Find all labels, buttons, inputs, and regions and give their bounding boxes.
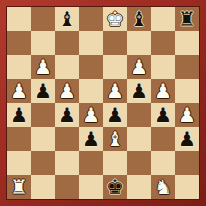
square-a3[interactable] xyxy=(7,127,31,151)
square-b3[interactable] xyxy=(31,127,55,151)
white-king: ♚ xyxy=(106,7,124,31)
square-d5[interactable] xyxy=(79,79,103,103)
square-f1[interactable] xyxy=(127,175,151,199)
black-pawn: ♟ xyxy=(58,103,76,127)
board-frame: ♝♚♝♜♟♟♟♟♟♟♟♟♟♟♟♟♟♟♟♝♟♜♚♞ xyxy=(0,0,206,206)
black-bishop: ♝ xyxy=(58,7,76,31)
square-d2[interactable] xyxy=(79,151,103,175)
black-pawn: ♟ xyxy=(154,103,172,127)
black-bishop: ♝ xyxy=(130,7,148,31)
square-h8[interactable]: ♜ xyxy=(175,7,199,31)
square-g4[interactable]: ♟ xyxy=(151,103,175,127)
square-b6[interactable]: ♟ xyxy=(31,55,55,79)
square-f3[interactable] xyxy=(127,127,151,151)
white-knight: ♞ xyxy=(154,175,172,199)
black-rook: ♜ xyxy=(178,7,196,31)
white-pawn: ♟ xyxy=(58,79,76,103)
square-c6[interactable] xyxy=(55,55,79,79)
black-pawn: ♟ xyxy=(82,127,100,151)
white-pawn: ♟ xyxy=(34,55,52,79)
square-f7[interactable] xyxy=(127,31,151,55)
square-c3[interactable] xyxy=(55,127,79,151)
square-h4[interactable]: ♟ xyxy=(175,103,199,127)
square-b4[interactable] xyxy=(31,103,55,127)
white-pawn: ♟ xyxy=(82,103,100,127)
square-e4[interactable]: ♟ xyxy=(103,103,127,127)
black-pawn: ♟ xyxy=(130,79,148,103)
square-h7[interactable] xyxy=(175,31,199,55)
square-c4[interactable]: ♟ xyxy=(55,103,79,127)
square-c5[interactable]: ♟ xyxy=(55,79,79,103)
square-e2[interactable] xyxy=(103,151,127,175)
square-f5[interactable]: ♟ xyxy=(127,79,151,103)
square-g7[interactable] xyxy=(151,31,175,55)
square-e5[interactable]: ♟ xyxy=(103,79,127,103)
square-d3[interactable]: ♟ xyxy=(79,127,103,151)
square-d7[interactable] xyxy=(79,31,103,55)
square-g8[interactable] xyxy=(151,7,175,31)
square-b8[interactable] xyxy=(31,7,55,31)
square-a8[interactable] xyxy=(7,7,31,31)
square-f4[interactable] xyxy=(127,103,151,127)
black-king: ♚ xyxy=(106,175,124,199)
square-b7[interactable] xyxy=(31,31,55,55)
square-g6[interactable] xyxy=(151,55,175,79)
square-a4[interactable]: ♟ xyxy=(7,103,31,127)
square-g1[interactable]: ♞ xyxy=(151,175,175,199)
white-rook: ♜ xyxy=(10,175,28,199)
white-pawn: ♟ xyxy=(154,79,172,103)
square-h6[interactable] xyxy=(175,55,199,79)
square-b5[interactable]: ♟ xyxy=(31,79,55,103)
black-pawn: ♟ xyxy=(34,79,52,103)
square-h3[interactable]: ♟ xyxy=(175,127,199,151)
square-h5[interactable] xyxy=(175,79,199,103)
square-g2[interactable] xyxy=(151,151,175,175)
square-d8[interactable] xyxy=(79,7,103,31)
square-g3[interactable] xyxy=(151,127,175,151)
square-b1[interactable] xyxy=(31,175,55,199)
square-e7[interactable] xyxy=(103,31,127,55)
square-h1[interactable] xyxy=(175,175,199,199)
square-f8[interactable]: ♝ xyxy=(127,7,151,31)
square-c1[interactable] xyxy=(55,175,79,199)
white-pawn: ♟ xyxy=(10,79,28,103)
square-c8[interactable]: ♝ xyxy=(55,7,79,31)
chess-board: ♝♚♝♜♟♟♟♟♟♟♟♟♟♟♟♟♟♟♟♝♟♜♚♞ xyxy=(7,7,199,199)
square-a6[interactable] xyxy=(7,55,31,79)
square-f2[interactable] xyxy=(127,151,151,175)
white-pawn: ♟ xyxy=(178,103,196,127)
square-e8[interactable]: ♚ xyxy=(103,7,127,31)
square-a2[interactable] xyxy=(7,151,31,175)
white-pawn: ♟ xyxy=(130,55,148,79)
white-pawn: ♟ xyxy=(106,79,124,103)
square-h2[interactable] xyxy=(175,151,199,175)
square-e6[interactable] xyxy=(103,55,127,79)
square-b2[interactable] xyxy=(31,151,55,175)
square-d6[interactable] xyxy=(79,55,103,79)
square-c2[interactable] xyxy=(55,151,79,175)
square-a7[interactable] xyxy=(7,31,31,55)
square-d4[interactable]: ♟ xyxy=(79,103,103,127)
square-a1[interactable]: ♜ xyxy=(7,175,31,199)
black-pawn: ♟ xyxy=(178,127,196,151)
square-a5[interactable]: ♟ xyxy=(7,79,31,103)
square-c7[interactable] xyxy=(55,31,79,55)
square-g5[interactable]: ♟ xyxy=(151,79,175,103)
black-pawn: ♟ xyxy=(10,103,28,127)
square-e1[interactable]: ♚ xyxy=(103,175,127,199)
square-d1[interactable] xyxy=(79,175,103,199)
black-pawn: ♟ xyxy=(106,103,124,127)
square-e3[interactable]: ♝ xyxy=(103,127,127,151)
square-f6[interactable]: ♟ xyxy=(127,55,151,79)
white-bishop: ♝ xyxy=(106,127,124,151)
